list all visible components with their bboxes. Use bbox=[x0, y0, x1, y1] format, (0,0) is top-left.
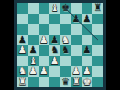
square-h2[interactable] bbox=[92, 66, 103, 77]
square-f7[interactable]: ♟ bbox=[71, 14, 82, 25]
square-e6[interactable] bbox=[60, 24, 71, 35]
square-g1[interactable]: ♚ bbox=[82, 77, 93, 88]
square-f1[interactable]: ♜ bbox=[71, 77, 82, 88]
black-knight[interactable]: ♞ bbox=[49, 45, 60, 56]
square-h7[interactable] bbox=[92, 14, 103, 25]
square-d8[interactable]: ♝ bbox=[49, 3, 60, 14]
black-pawn[interactable]: ♟ bbox=[71, 14, 82, 25]
square-a2[interactable]: ♞ bbox=[17, 66, 28, 77]
white-king[interactable]: ♚ bbox=[82, 77, 93, 88]
white-pawn[interactable]: ♟ bbox=[71, 66, 82, 77]
board-grid: ♝♚♜♟♟♟♟♟♞♟♟♞♞♟♝♟♞♟♟♟♟♜♛♜♚ bbox=[17, 3, 103, 87]
square-a7[interactable] bbox=[17, 14, 28, 25]
white-pawn[interactable]: ♟ bbox=[49, 56, 60, 67]
square-c1[interactable] bbox=[39, 77, 50, 88]
square-d2[interactable] bbox=[49, 66, 60, 77]
square-d7[interactable] bbox=[49, 14, 60, 25]
app-background: ♝♚♜♟♟♟♟♟♞♟♟♞♞♟♝♟♞♟♟♟♟♜♛♜♚ bbox=[0, 0, 120, 90]
square-b2[interactable]: ♟ bbox=[28, 66, 39, 77]
white-bishop[interactable]: ♝ bbox=[49, 3, 60, 14]
square-b8[interactable] bbox=[28, 3, 39, 14]
square-g7[interactable]: ♟ bbox=[82, 14, 93, 25]
square-d4[interactable]: ♞ bbox=[49, 45, 60, 56]
square-c5[interactable]: ♟ bbox=[39, 35, 50, 46]
white-pawn[interactable]: ♟ bbox=[82, 66, 93, 77]
square-c4[interactable] bbox=[39, 45, 50, 56]
black-queen[interactable]: ♛ bbox=[60, 77, 71, 88]
square-f8[interactable] bbox=[71, 3, 82, 14]
square-d6[interactable] bbox=[49, 24, 60, 35]
black-pawn[interactable]: ♟ bbox=[82, 14, 93, 25]
square-c6[interactable] bbox=[39, 24, 50, 35]
white-pawn[interactable]: ♟ bbox=[17, 45, 28, 56]
chess-board: ♝♚♜♟♟♟♟♟♞♟♟♞♞♟♝♟♞♟♟♟♟♜♛♜♚ bbox=[14, 0, 106, 90]
square-g4[interactable]: ♟ bbox=[82, 45, 93, 56]
square-g8[interactable] bbox=[82, 3, 93, 14]
square-h3[interactable] bbox=[92, 56, 103, 67]
black-rook[interactable]: ♜ bbox=[92, 3, 103, 14]
square-h6[interactable] bbox=[92, 24, 103, 35]
black-knight[interactable]: ♞ bbox=[60, 45, 71, 56]
square-h1[interactable] bbox=[92, 77, 103, 88]
square-b7[interactable] bbox=[28, 14, 39, 25]
black-pawn[interactable]: ♟ bbox=[82, 45, 93, 56]
square-f5[interactable] bbox=[71, 35, 82, 46]
square-h4[interactable] bbox=[92, 45, 103, 56]
square-a4[interactable]: ♟ bbox=[17, 45, 28, 56]
square-c8[interactable] bbox=[39, 3, 50, 14]
white-pawn[interactable]: ♟ bbox=[28, 66, 39, 77]
square-e8[interactable]: ♚ bbox=[60, 3, 71, 14]
square-d1[interactable] bbox=[49, 77, 60, 88]
square-f2[interactable]: ♟ bbox=[71, 66, 82, 77]
square-a6[interactable] bbox=[17, 24, 28, 35]
square-e4[interactable]: ♞ bbox=[60, 45, 71, 56]
square-a8[interactable] bbox=[17, 3, 28, 14]
square-g2[interactable]: ♟ bbox=[82, 66, 93, 77]
white-pawn[interactable]: ♟ bbox=[39, 66, 50, 77]
white-rook[interactable]: ♜ bbox=[71, 77, 82, 88]
square-b1[interactable] bbox=[28, 77, 39, 88]
white-rook[interactable]: ♜ bbox=[17, 77, 28, 88]
square-h5[interactable] bbox=[92, 35, 103, 46]
white-knight[interactable]: ♞ bbox=[17, 66, 28, 77]
square-b4[interactable]: ♟ bbox=[28, 45, 39, 56]
black-king[interactable]: ♚ bbox=[60, 3, 71, 14]
square-d3[interactable]: ♟ bbox=[49, 56, 60, 67]
square-e3[interactable] bbox=[60, 56, 71, 67]
black-pawn[interactable]: ♟ bbox=[28, 45, 39, 56]
square-c7[interactable] bbox=[39, 14, 50, 25]
square-e1[interactable]: ♛ bbox=[60, 77, 71, 88]
square-f6[interactable] bbox=[71, 24, 82, 35]
white-pawn[interactable]: ♟ bbox=[39, 35, 50, 46]
square-f4[interactable] bbox=[71, 45, 82, 56]
square-b6[interactable] bbox=[28, 24, 39, 35]
square-a1[interactable]: ♜ bbox=[17, 77, 28, 88]
square-c2[interactable]: ♟ bbox=[39, 66, 50, 77]
square-e2[interactable] bbox=[60, 66, 71, 77]
square-h8[interactable]: ♜ bbox=[92, 3, 103, 14]
square-g6[interactable] bbox=[82, 24, 93, 35]
square-e7[interactable] bbox=[60, 14, 71, 25]
